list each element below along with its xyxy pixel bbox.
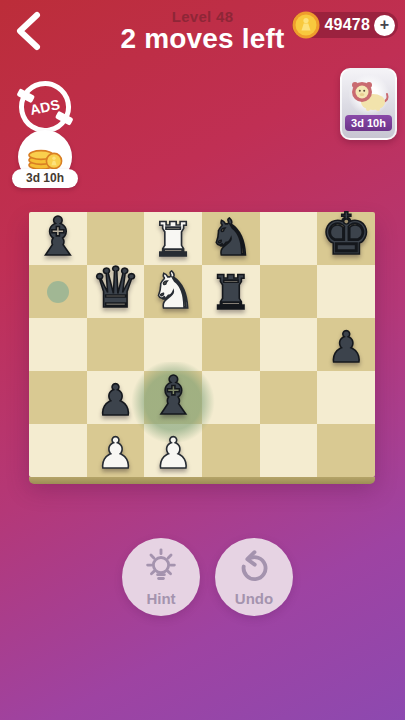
- square-r3c5[interactable]: [260, 318, 318, 371]
- lion-offer-card[interactable]: 3d 10h: [340, 68, 397, 140]
- hint-button[interactable]: Hint: [122, 538, 200, 616]
- hint-bulb-icon: [140, 546, 182, 588]
- piece-black-pawn[interactable]: ♟: [327, 326, 366, 369]
- square-r4c6[interactable]: [317, 371, 375, 424]
- square-r4c1[interactable]: [29, 371, 87, 424]
- ads-label: ADS: [14, 76, 76, 138]
- lion-offer-timer: 3d 10h: [345, 115, 392, 131]
- piece-white-knight[interactable]: ♞: [150, 265, 196, 316]
- piece-black-rook[interactable]: ♜: [210, 269, 252, 316]
- coin-pill: 49478 +: [292, 12, 399, 38]
- chess-board: ♝♜♞♚♛♞♜♟♟♝♟♟: [29, 212, 375, 477]
- piece-white-pawn[interactable]: ♟: [154, 432, 193, 475]
- piece-white-rook[interactable]: ♜: [152, 216, 194, 263]
- square-r5c5[interactable]: [260, 424, 318, 477]
- coin-count: 49478: [325, 16, 371, 34]
- piece-black-king[interactable]: ♚: [320, 205, 372, 263]
- piece-white-pawn[interactable]: ♟: [96, 432, 135, 475]
- undo-label: Undo: [215, 590, 293, 607]
- square-r1c5[interactable]: [260, 212, 318, 265]
- piece-black-bishop[interactable]: ♝: [149, 369, 197, 422]
- square-r4c5[interactable]: [260, 371, 318, 424]
- coin-counter: 49478 +: [292, 11, 399, 39]
- legal-move-dot[interactable]: [47, 281, 69, 303]
- undo-arrow-icon: [233, 546, 275, 588]
- no-ads-button[interactable]: ADS: [14, 76, 76, 138]
- board-edge: [29, 477, 375, 484]
- game-screen: Level 48 2 moves left 49478 + ADS: [0, 0, 405, 720]
- square-r5c6[interactable]: [317, 424, 375, 477]
- square-r3c1[interactable]: [29, 318, 87, 371]
- coins-reward-timer: 3d 10h: [12, 169, 78, 188]
- square-r5c1[interactable]: [29, 424, 87, 477]
- lion-icon: [347, 76, 393, 116]
- piece-black-knight[interactable]: ♞: [208, 212, 254, 263]
- piece-black-pawn[interactable]: ♟: [96, 379, 135, 422]
- piece-black-queen[interactable]: ♛: [90, 260, 140, 316]
- hint-label: Hint: [122, 590, 200, 607]
- square-r2c5[interactable]: [260, 265, 318, 318]
- coin-icon: [291, 10, 321, 40]
- piece-black-bishop[interactable]: ♝: [34, 210, 82, 263]
- add-coins-button[interactable]: +: [374, 15, 395, 36]
- square-r2c6[interactable]: [317, 265, 375, 318]
- undo-button[interactable]: Undo: [215, 538, 293, 616]
